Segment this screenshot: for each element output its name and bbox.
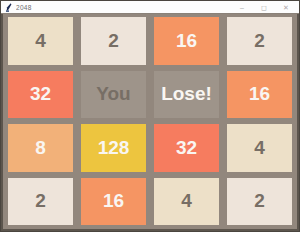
game-over-text-lose: Lose! bbox=[154, 71, 219, 119]
game-over-text-you: You bbox=[81, 71, 146, 119]
tile-r0c3: 2 bbox=[227, 17, 292, 65]
tile-r2c3: 4 bbox=[227, 124, 292, 172]
tile-r2c1: 128 bbox=[81, 124, 146, 172]
tile-r2c2: 32 bbox=[154, 124, 219, 172]
tile-r2c0: 8 bbox=[8, 124, 73, 172]
pygame-feather-icon bbox=[5, 3, 12, 12]
game-board: 4 2 16 2 32 You Lose! 16 8 128 32 4 2 16… bbox=[1, 14, 299, 231]
maximize-button[interactable]: ◻ bbox=[253, 1, 275, 13]
tile-r3c2: 4 bbox=[154, 178, 219, 226]
minimize-button[interactable]: – bbox=[231, 1, 253, 13]
tile-r1c0: 32 bbox=[8, 71, 73, 119]
tile-r0c0: 4 bbox=[8, 17, 73, 65]
tile-r3c3: 2 bbox=[227, 178, 292, 226]
tile-r0c1: 2 bbox=[81, 17, 146, 65]
window-controls: – ◻ ✕ bbox=[231, 1, 297, 13]
tile-r3c1: 16 bbox=[81, 178, 146, 226]
tile-r1c3: 16 bbox=[227, 71, 292, 119]
game-window: 2048 – ◻ ✕ 4 2 16 2 32 You Lose! 16 8 12… bbox=[0, 0, 300, 232]
tile-r3c0: 2 bbox=[8, 178, 73, 226]
close-button[interactable]: ✕ bbox=[275, 1, 297, 13]
title-bar[interactable]: 2048 – ◻ ✕ bbox=[1, 1, 299, 14]
tile-r0c2: 16 bbox=[154, 17, 219, 65]
window-title: 2048 bbox=[16, 4, 231, 11]
